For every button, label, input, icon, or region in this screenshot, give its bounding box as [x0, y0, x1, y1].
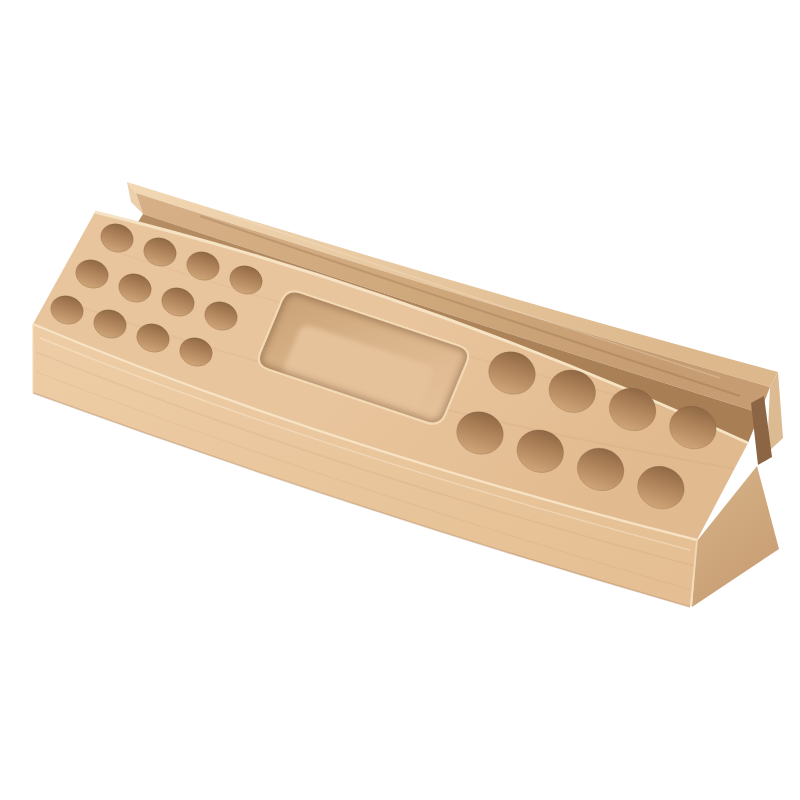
product-photo-desk-organizer	[0, 0, 800, 800]
organizer	[33, 182, 783, 607]
organizer-illustration	[0, 0, 800, 800]
